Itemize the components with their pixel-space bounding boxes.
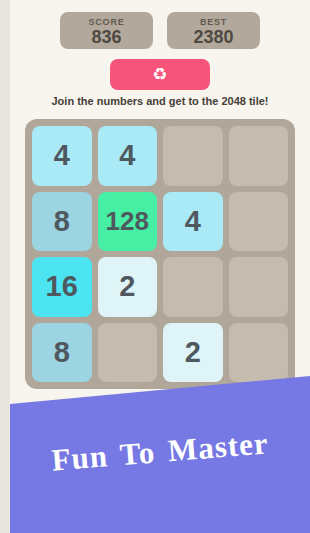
score-value: 836: [91, 27, 121, 47]
empty-cell: [229, 257, 289, 317]
app-screen: SCORE 836 BEST 2380 ♻ Join the numbers a…: [10, 0, 310, 533]
empty-cell: [163, 126, 223, 186]
instruction-text: Join the numbers and get to the 2048 til…: [10, 95, 310, 107]
board-grid[interactable]: 448128416282: [25, 119, 295, 389]
tile-8: 8: [32, 323, 92, 383]
best-label: BEST: [200, 17, 227, 27]
score-label: SCORE: [88, 17, 124, 27]
empty-cell: [98, 323, 158, 383]
restart-button[interactable]: ♻: [110, 59, 210, 90]
tile-8: 8: [32, 192, 92, 252]
score-box: SCORE 836: [60, 12, 153, 49]
tile-128: 128: [98, 192, 158, 252]
empty-cell: [229, 192, 289, 252]
empty-cell: [163, 257, 223, 317]
tile-2: 2: [163, 323, 223, 383]
tile-4: 4: [163, 192, 223, 252]
best-value: 2380: [193, 27, 233, 47]
scores-row: SCORE 836 BEST 2380: [10, 0, 310, 49]
tile-16: 16: [32, 257, 92, 317]
tile-2: 2: [98, 257, 158, 317]
empty-cell: [229, 126, 289, 186]
recycle-icon: ♻: [152, 66, 167, 83]
empty-cell: [229, 323, 289, 383]
best-box: BEST 2380: [167, 12, 260, 49]
tile-4: 4: [98, 126, 158, 186]
tile-4: 4: [32, 126, 92, 186]
